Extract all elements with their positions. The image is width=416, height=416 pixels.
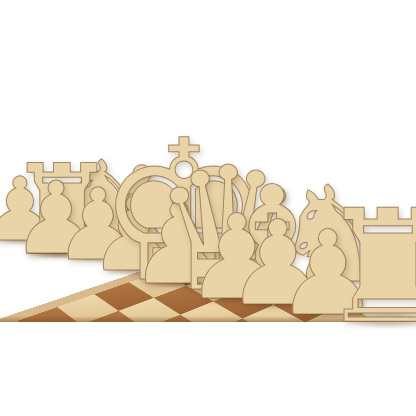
- chess-board: [0, 244, 416, 322]
- board-front-edge: [0, 316, 416, 322]
- chess-board-window: [0, 222, 416, 322]
- chess-pieces-layer: ♟♜♟♞♟♝♟♚♟♛♟♝♟♞♟♜: [0, 0, 416, 416]
- product-photo-stage: ♟♜♟♞♟♝♟♚♟♛♟♝♟♞♟♜: [0, 0, 416, 416]
- board-tilt-wrapper: [0, 222, 416, 322]
